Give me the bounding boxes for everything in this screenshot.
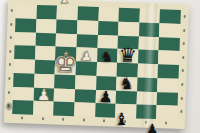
coordinate-mark [165,121,167,124]
square-d8 [77,6,98,20]
coordinate-mark [184,15,186,18]
square-b4 [34,60,55,74]
coordinate-mark [181,83,183,86]
square-h4 [158,64,179,78]
square-e6 [97,35,118,49]
square-d1 [74,103,95,117]
square-a5 [14,45,35,59]
square-d7 [77,20,98,34]
square-f8 [119,8,140,22]
coordinate-mark [11,9,13,12]
square-a6 [15,32,36,46]
square-b2: ♟ [33,87,54,101]
square-b5 [35,46,56,60]
chess-board: ♟♞♛♚♞♟♟ [4,0,189,129]
square-h1 [156,105,177,119]
square-f7 [118,21,139,35]
coordinate-mark [42,117,44,120]
coordinate-mark [62,118,64,121]
square-c7 [56,19,77,33]
square-h2 [157,92,178,106]
offboard-piece-black-captured-edge: ♟ [146,122,159,133]
square-b8 [36,5,57,19]
coordinate-mark [83,119,85,122]
square-a4 [14,59,35,73]
square-e7 [98,21,119,35]
coordinate-mark [182,69,184,72]
square-a3 [13,73,34,87]
square-d6 [76,34,97,48]
coordinate-mark [180,110,182,113]
square-b3 [34,74,55,88]
square-e4 [96,62,117,76]
offboard-piece-black-captured: ♝ [114,111,129,128]
square-d4 [75,61,96,75]
coordinate-mark [9,50,11,53]
square-h3 [157,78,178,92]
square-c2 [54,88,75,102]
square-h5 [158,50,179,64]
square-d2 [75,89,96,103]
square-b7 [36,19,57,33]
square-f3: ♞ [116,76,137,90]
square-c4: ♚ [55,61,76,75]
board-logo-mark [5,102,12,111]
square-e8 [98,7,119,21]
square-f2 [116,90,137,104]
square-c1 [53,102,74,116]
square-f5: ♛ [117,49,138,63]
coordinate-mark [8,77,10,80]
square-e5: ♞ [97,48,118,62]
square-c3 [54,74,75,88]
square-b1 [33,101,54,115]
coordinate-mark [9,63,11,66]
photo-scene: ♟♞♛♚♞♟♟ ♝ ♝ ♟ [0,0,200,133]
square-d5: ♟ [76,48,97,62]
square-h8 [160,9,181,23]
square-e2: ♟ [95,89,116,103]
coordinate-mark [183,29,185,32]
square-a8 [16,4,37,18]
square-e1 [95,103,116,117]
square-f6 [118,35,139,49]
coordinate-mark [21,116,23,119]
square-d3 [75,75,96,89]
square-e3 [96,76,117,90]
square-c8 [57,6,78,20]
coordinate-mark [10,23,12,26]
coordinate-mark [181,97,183,100]
square-a2 [13,87,34,101]
offboard-piece-white-top: ♝ [58,0,71,6]
coordinate-mark [103,119,105,122]
coordinate-mark [182,56,184,59]
square-b6 [35,32,56,46]
square-c5 [55,47,76,61]
square-c6 [56,33,77,47]
square-h6 [159,37,180,51]
square-f4 [117,63,138,77]
coordinate-mark [8,91,10,94]
square-h7 [159,23,180,37]
square-a7 [15,18,36,32]
coordinate-mark [183,42,185,45]
coordinate-mark [10,36,12,39]
square-a1 [12,100,33,114]
